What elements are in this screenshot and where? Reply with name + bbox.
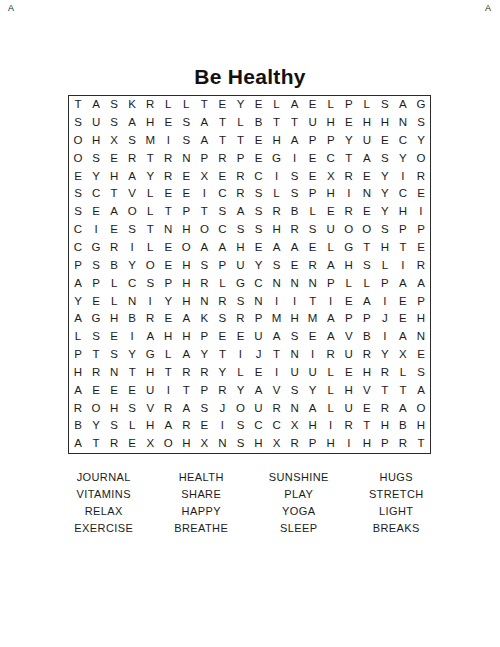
grid-cell[interactable]: I xyxy=(123,328,141,346)
grid-cell[interactable]: S xyxy=(195,257,213,275)
grid-cell[interactable]: N xyxy=(123,292,141,310)
grid-cell[interactable]: L xyxy=(394,364,412,382)
grid-cell[interactable]: H xyxy=(376,239,394,257)
grid-cell[interactable]: A xyxy=(105,203,123,221)
grid-cell[interactable]: L xyxy=(322,382,340,400)
grid-cell[interactable]: H xyxy=(322,435,340,453)
grid-cell[interactable]: Y xyxy=(376,203,394,221)
grid-cell[interactable]: H xyxy=(177,221,195,239)
grid-cell[interactable]: E xyxy=(159,239,177,257)
grid-cell[interactable]: E xyxy=(231,328,249,346)
grid-cell[interactable]: R xyxy=(268,203,286,221)
grid-cell[interactable]: R xyxy=(159,150,177,168)
grid-cell[interactable]: H xyxy=(231,239,249,257)
grid-cell[interactable]: O xyxy=(177,239,195,257)
grid-cell[interactable]: X xyxy=(268,435,286,453)
grid-cell[interactable]: I xyxy=(394,167,412,185)
grid-cell[interactable]: T xyxy=(394,382,412,400)
grid-cell[interactable]: E xyxy=(249,132,267,150)
grid-cell[interactable]: K xyxy=(123,96,141,114)
grid-cell[interactable]: Y xyxy=(231,96,249,114)
grid-cell[interactable]: U xyxy=(286,364,304,382)
grid-cell[interactable]: T xyxy=(159,203,177,221)
grid-cell[interactable]: E xyxy=(87,203,105,221)
grid-cell[interactable]: A xyxy=(286,96,304,114)
grid-cell[interactable]: A xyxy=(394,399,412,417)
grid-cell[interactable]: J xyxy=(249,346,267,364)
grid-cell[interactable]: S xyxy=(105,346,123,364)
grid-cell[interactable]: L xyxy=(340,275,358,293)
grid-cell[interactable]: Y xyxy=(123,257,141,275)
grid-cell[interactable]: E xyxy=(376,132,394,150)
grid-cell[interactable]: S xyxy=(69,185,87,203)
grid-cell[interactable]: A xyxy=(358,150,376,168)
grid-cell[interactable]: L xyxy=(159,346,177,364)
grid-cell[interactable]: I xyxy=(322,292,340,310)
grid-cell[interactable]: I xyxy=(412,203,430,221)
grid-cell[interactable]: U xyxy=(322,221,340,239)
grid-cell[interactable]: S xyxy=(87,150,105,168)
grid-cell[interactable]: S xyxy=(177,132,195,150)
grid-cell[interactable]: E xyxy=(394,310,412,328)
grid-cell[interactable]: Y xyxy=(249,257,267,275)
grid-cell[interactable]: T xyxy=(268,114,286,132)
grid-cell[interactable]: S xyxy=(69,114,87,132)
grid-cell[interactable]: E xyxy=(304,150,322,168)
grid-cell[interactable]: P xyxy=(412,221,430,239)
grid-cell[interactable]: T xyxy=(340,150,358,168)
grid-cell[interactable]: I xyxy=(376,328,394,346)
grid-cell[interactable]: P xyxy=(249,310,267,328)
grid-cell[interactable]: L xyxy=(159,96,177,114)
grid-cell[interactable]: H xyxy=(177,328,195,346)
grid-cell[interactable]: I xyxy=(141,292,159,310)
grid-cell[interactable]: R xyxy=(177,417,195,435)
grid-cell[interactable]: G xyxy=(412,96,430,114)
grid-cell[interactable]: R xyxy=(376,364,394,382)
grid-cell[interactable]: S xyxy=(286,328,304,346)
grid-cell[interactable]: B xyxy=(69,417,87,435)
grid-cell[interactable]: S xyxy=(286,185,304,203)
grid-cell[interactable]: A xyxy=(322,328,340,346)
grid-cell[interactable]: H xyxy=(340,382,358,400)
grid-cell[interactable]: R xyxy=(340,417,358,435)
grid-cell[interactable]: H xyxy=(141,364,159,382)
grid-cell[interactable]: H xyxy=(268,221,286,239)
grid-cell[interactable]: M xyxy=(268,310,286,328)
grid-cell[interactable]: I xyxy=(376,292,394,310)
grid-cell[interactable]: A xyxy=(69,435,87,453)
grid-cell[interactable]: R xyxy=(213,292,231,310)
grid-cell[interactable]: R xyxy=(159,167,177,185)
grid-cell[interactable]: I xyxy=(195,185,213,203)
grid-cell[interactable]: P xyxy=(195,328,213,346)
grid-cell[interactable]: P xyxy=(69,257,87,275)
grid-cell[interactable]: N xyxy=(105,364,123,382)
grid-cell[interactable]: C xyxy=(249,167,267,185)
grid-cell[interactable]: R xyxy=(412,257,430,275)
grid-cell[interactable]: L xyxy=(123,417,141,435)
grid-cell[interactable]: I xyxy=(340,435,358,453)
grid-cell[interactable]: R xyxy=(358,346,376,364)
grid-cell[interactable]: E xyxy=(358,203,376,221)
grid-cell[interactable]: R xyxy=(195,364,213,382)
grid-cell[interactable]: Y xyxy=(231,382,249,400)
grid-cell[interactable]: L xyxy=(304,203,322,221)
grid-cell[interactable]: O xyxy=(340,221,358,239)
grid-cell[interactable]: L xyxy=(69,328,87,346)
grid-cell[interactable]: H xyxy=(394,203,412,221)
grid-cell[interactable]: V xyxy=(268,382,286,400)
grid-cell[interactable]: Y xyxy=(213,364,231,382)
grid-cell[interactable]: C xyxy=(69,239,87,257)
grid-cell[interactable]: T xyxy=(268,346,286,364)
grid-cell[interactable]: H xyxy=(177,292,195,310)
grid-cell[interactable]: P xyxy=(304,185,322,203)
grid-cell[interactable]: L xyxy=(141,203,159,221)
grid-cell[interactable]: E xyxy=(249,364,267,382)
grid-cell[interactable]: V xyxy=(141,399,159,417)
grid-cell[interactable]: S xyxy=(195,399,213,417)
grid-cell[interactable]: Y xyxy=(141,167,159,185)
grid-cell[interactable]: E xyxy=(69,167,87,185)
grid-cell[interactable]: E xyxy=(159,310,177,328)
grid-cell[interactable]: H xyxy=(304,417,322,435)
grid-cell[interactable]: O xyxy=(195,221,213,239)
grid-cell[interactable]: H xyxy=(376,114,394,132)
grid-cell[interactable]: A xyxy=(412,382,430,400)
grid-cell[interactable]: S xyxy=(412,364,430,382)
grid-cell[interactable]: A xyxy=(195,239,213,257)
grid-cell[interactable]: E xyxy=(340,292,358,310)
grid-cell[interactable]: R xyxy=(286,221,304,239)
grid-cell[interactable]: P xyxy=(358,310,376,328)
grid-cell[interactable]: N xyxy=(304,275,322,293)
grid-cell[interactable]: S xyxy=(213,203,231,221)
grid-cell[interactable]: L xyxy=(141,185,159,203)
grid-cell[interactable]: I xyxy=(159,382,177,400)
grid-cell[interactable]: B xyxy=(249,114,267,132)
grid-cell[interactable]: S xyxy=(376,96,394,114)
grid-cell[interactable]: A xyxy=(231,203,249,221)
grid-cell[interactable]: J xyxy=(213,399,231,417)
grid-cell[interactable]: X xyxy=(286,417,304,435)
grid-cell[interactable]: A xyxy=(69,382,87,400)
grid-cell[interactable]: R xyxy=(231,167,249,185)
grid-cell[interactable]: S xyxy=(376,150,394,168)
grid-cell[interactable]: I xyxy=(340,185,358,203)
grid-cell[interactable]: R xyxy=(69,399,87,417)
grid-cell[interactable]: L xyxy=(322,96,340,114)
grid-cell[interactable]: U xyxy=(304,364,322,382)
grid-cell[interactable]: R xyxy=(213,382,231,400)
grid-cell[interactable]: E xyxy=(340,364,358,382)
grid-cell[interactable]: E xyxy=(304,328,322,346)
grid-cell[interactable]: E xyxy=(304,167,322,185)
grid-cell[interactable]: T xyxy=(105,185,123,203)
grid-cell[interactable]: A xyxy=(177,346,195,364)
grid-cell[interactable]: H xyxy=(105,310,123,328)
grid-cell[interactable]: T xyxy=(195,203,213,221)
grid-cell[interactable]: A xyxy=(69,275,87,293)
grid-cell[interactable]: B xyxy=(286,203,304,221)
grid-cell[interactable]: R xyxy=(105,239,123,257)
grid-cell[interactable]: B xyxy=(123,310,141,328)
grid-cell[interactable]: E xyxy=(159,257,177,275)
grid-cell[interactable]: U xyxy=(231,257,249,275)
grid-cell[interactable]: H xyxy=(358,114,376,132)
grid-cell[interactable]: R xyxy=(376,399,394,417)
grid-cell[interactable]: Y xyxy=(412,132,430,150)
grid-cell[interactable]: C xyxy=(213,221,231,239)
grid-cell[interactable]: T xyxy=(213,114,231,132)
grid-cell[interactable]: T xyxy=(141,150,159,168)
grid-cell[interactable]: N xyxy=(177,150,195,168)
grid-cell[interactable]: V xyxy=(358,382,376,400)
grid-cell[interactable]: P xyxy=(195,150,213,168)
grid-cell[interactable]: U xyxy=(340,346,358,364)
grid-cell[interactable]: X xyxy=(322,167,340,185)
grid-cell[interactable]: P xyxy=(322,275,340,293)
grid-cell[interactable]: P xyxy=(340,96,358,114)
grid-cell[interactable]: P xyxy=(177,203,195,221)
grid-cell[interactable]: N xyxy=(286,275,304,293)
grid-cell[interactable]: L xyxy=(213,275,231,293)
grid-cell[interactable]: R xyxy=(412,167,430,185)
grid-cell[interactable]: I xyxy=(304,346,322,364)
grid-cell[interactable]: R xyxy=(286,435,304,453)
grid-cell[interactable]: O xyxy=(87,399,105,417)
grid-cell[interactable]: R xyxy=(123,150,141,168)
grid-cell[interactable]: T xyxy=(87,435,105,453)
grid-cell[interactable]: I xyxy=(268,167,286,185)
grid-cell[interactable]: H xyxy=(412,417,430,435)
grid-cell[interactable]: P xyxy=(195,382,213,400)
grid-cell[interactable]: H xyxy=(69,364,87,382)
grid-cell[interactable]: N xyxy=(159,221,177,239)
grid-cell[interactable]: P xyxy=(376,275,394,293)
grid-cell[interactable]: Y xyxy=(87,167,105,185)
grid-cell[interactable]: S xyxy=(249,221,267,239)
grid-cell[interactable]: H xyxy=(322,114,340,132)
grid-cell[interactable]: I xyxy=(268,292,286,310)
grid-cell[interactable]: A xyxy=(286,239,304,257)
grid-cell[interactable]: A xyxy=(177,310,195,328)
grid-cell[interactable]: E xyxy=(213,96,231,114)
grid-cell[interactable]: H xyxy=(268,132,286,150)
grid-cell[interactable]: E xyxy=(213,328,231,346)
grid-cell[interactable]: N xyxy=(412,328,430,346)
grid-cell[interactable]: R xyxy=(141,310,159,328)
grid-cell[interactable]: C xyxy=(249,275,267,293)
grid-cell[interactable]: C xyxy=(213,185,231,203)
grid-cell[interactable]: N xyxy=(286,399,304,417)
grid-cell[interactable]: U xyxy=(358,132,376,150)
grid-cell[interactable]: E xyxy=(249,96,267,114)
grid-cell[interactable]: S xyxy=(177,114,195,132)
grid-cell[interactable]: O xyxy=(358,221,376,239)
grid-cell[interactable]: A xyxy=(123,167,141,185)
grid-cell[interactable]: S xyxy=(141,275,159,293)
grid-cell[interactable]: Y xyxy=(87,417,105,435)
grid-cell[interactable]: S xyxy=(376,221,394,239)
grid-cell[interactable]: G xyxy=(231,275,249,293)
grid-cell[interactable]: C xyxy=(394,185,412,203)
grid-cell[interactable]: R xyxy=(268,399,286,417)
grid-cell[interactable]: Y xyxy=(376,346,394,364)
grid-cell[interactable]: G xyxy=(340,239,358,257)
grid-cell[interactable]: I xyxy=(322,417,340,435)
grid-cell[interactable]: P xyxy=(87,275,105,293)
grid-cell[interactable]: S xyxy=(69,203,87,221)
grid-cell[interactable]: T xyxy=(286,114,304,132)
grid-cell[interactable]: G xyxy=(87,310,105,328)
grid-cell[interactable]: C xyxy=(123,275,141,293)
grid-cell[interactable]: T xyxy=(376,382,394,400)
grid-cell[interactable]: P xyxy=(231,150,249,168)
grid-cell[interactable]: E xyxy=(412,346,430,364)
grid-cell[interactable]: Y xyxy=(376,167,394,185)
grid-cell[interactable]: U xyxy=(249,399,267,417)
grid-cell[interactable]: S xyxy=(231,417,249,435)
grid-cell[interactable]: T xyxy=(394,239,412,257)
grid-cell[interactable]: E xyxy=(105,150,123,168)
grid-cell[interactable]: A xyxy=(123,114,141,132)
grid-cell[interactable]: E xyxy=(105,382,123,400)
grid-cell[interactable]: P xyxy=(394,221,412,239)
grid-cell[interactable]: H xyxy=(177,275,195,293)
grid-cell[interactable]: R xyxy=(177,364,195,382)
grid-cell[interactable]: S xyxy=(105,96,123,114)
grid-cell[interactable]: E xyxy=(358,399,376,417)
grid-cell[interactable]: P xyxy=(340,310,358,328)
grid-cell[interactable]: R xyxy=(159,399,177,417)
grid-cell[interactable]: T xyxy=(159,364,177,382)
grid-cell[interactable]: I xyxy=(231,346,249,364)
grid-cell[interactable]: C xyxy=(249,417,267,435)
grid-cell[interactable]: S xyxy=(286,382,304,400)
grid-cell[interactable]: P xyxy=(322,132,340,150)
grid-cell[interactable]: R xyxy=(340,167,358,185)
grid-cell[interactable]: Y xyxy=(376,185,394,203)
grid-cell[interactable]: T xyxy=(69,96,87,114)
grid-cell[interactable]: H xyxy=(177,435,195,453)
grid-cell[interactable]: E xyxy=(304,96,322,114)
grid-cell[interactable]: L xyxy=(268,185,286,203)
grid-cell[interactable]: L xyxy=(177,96,195,114)
grid-cell[interactable]: H xyxy=(141,417,159,435)
grid-cell[interactable]: R xyxy=(141,96,159,114)
grid-cell[interactable]: S xyxy=(249,203,267,221)
grid-cell[interactable]: E xyxy=(177,185,195,203)
grid-cell[interactable]: A xyxy=(394,275,412,293)
grid-cell[interactable]: N xyxy=(195,292,213,310)
grid-cell[interactable]: U xyxy=(249,328,267,346)
grid-cell[interactable]: N xyxy=(286,346,304,364)
grid-cell[interactable]: N xyxy=(213,435,231,453)
grid-cell[interactable]: R xyxy=(213,150,231,168)
grid-cell[interactable]: T xyxy=(213,346,231,364)
grid-cell[interactable]: E xyxy=(358,167,376,185)
grid-cell[interactable]: R xyxy=(105,435,123,453)
grid-cell[interactable]: S xyxy=(286,167,304,185)
grid-cell[interactable]: E xyxy=(322,203,340,221)
grid-cell[interactable]: X xyxy=(105,132,123,150)
grid-cell[interactable]: M xyxy=(304,310,322,328)
grid-cell[interactable]: T xyxy=(177,382,195,400)
grid-cell[interactable]: H xyxy=(249,435,267,453)
grid-cell[interactable]: R xyxy=(340,203,358,221)
grid-cell[interactable]: H xyxy=(340,257,358,275)
grid-cell[interactable]: B xyxy=(105,257,123,275)
grid-cell[interactable]: A xyxy=(177,399,195,417)
grid-cell[interactable]: A xyxy=(304,399,322,417)
grid-cell[interactable]: H xyxy=(87,132,105,150)
grid-cell[interactable]: V xyxy=(123,185,141,203)
grid-cell[interactable]: A xyxy=(195,132,213,150)
grid-cell[interactable]: E xyxy=(105,328,123,346)
grid-cell[interactable]: S xyxy=(231,221,249,239)
grid-cell[interactable]: S xyxy=(87,328,105,346)
grid-cell[interactable]: C xyxy=(87,185,105,203)
grid-cell[interactable]: T xyxy=(213,132,231,150)
grid-cell[interactable]: H xyxy=(412,310,430,328)
grid-cell[interactable]: S xyxy=(249,185,267,203)
grid-cell[interactable]: A xyxy=(286,132,304,150)
grid-cell[interactable]: O xyxy=(412,399,430,417)
grid-cell[interactable]: T xyxy=(412,435,430,453)
grid-cell[interactable]: A xyxy=(141,328,159,346)
grid-cell[interactable]: S xyxy=(105,417,123,435)
grid-cell[interactable]: T xyxy=(141,221,159,239)
grid-cell[interactable]: E xyxy=(213,167,231,185)
grid-cell[interactable]: G xyxy=(87,239,105,257)
grid-cell[interactable]: I xyxy=(286,150,304,168)
grid-cell[interactable]: O xyxy=(69,132,87,150)
grid-cell[interactable]: U xyxy=(340,399,358,417)
grid-cell[interactable]: K xyxy=(195,310,213,328)
grid-cell[interactable]: T xyxy=(195,96,213,114)
grid-cell[interactable]: S xyxy=(268,257,286,275)
grid-cell[interactable]: R xyxy=(195,275,213,293)
grid-cell[interactable]: R xyxy=(87,364,105,382)
grid-cell[interactable]: E xyxy=(123,382,141,400)
grid-cell[interactable]: A xyxy=(322,257,340,275)
grid-cell[interactable]: O xyxy=(412,150,430,168)
grid-cell[interactable]: E xyxy=(177,167,195,185)
grid-cell[interactable]: I xyxy=(268,364,286,382)
grid-cell[interactable]: Y xyxy=(340,132,358,150)
grid-cell[interactable]: S xyxy=(105,114,123,132)
grid-cell[interactable]: M xyxy=(141,132,159,150)
grid-cell[interactable]: A xyxy=(358,292,376,310)
grid-cell[interactable]: R xyxy=(304,257,322,275)
grid-cell[interactable]: E xyxy=(87,292,105,310)
grid-cell[interactable]: N xyxy=(268,275,286,293)
grid-cell[interactable]: E xyxy=(105,221,123,239)
grid-cell[interactable]: E xyxy=(394,292,412,310)
grid-cell[interactable]: A xyxy=(159,417,177,435)
grid-cell[interactable]: X xyxy=(195,167,213,185)
grid-cell[interactable]: S xyxy=(123,221,141,239)
grid-cell[interactable]: L xyxy=(322,399,340,417)
grid-cell[interactable]: S xyxy=(123,132,141,150)
grid-cell[interactable]: C xyxy=(322,150,340,168)
grid-cell[interactable]: L xyxy=(231,114,249,132)
grid-cell[interactable]: H xyxy=(159,328,177,346)
grid-cell[interactable]: R xyxy=(394,435,412,453)
grid-cell[interactable]: S xyxy=(304,221,322,239)
